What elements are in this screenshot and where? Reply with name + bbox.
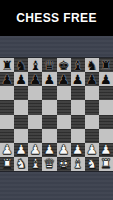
piece-black-pawn: ♟ [44, 73, 56, 86]
piece-black-rook: ♜ [1, 59, 13, 72]
square-e3[interactable] [57, 129, 71, 143]
square-f3[interactable] [71, 129, 85, 143]
square-a8[interactable]: ♜ [0, 58, 14, 72]
square-f7[interactable]: ♟ [71, 72, 85, 86]
piece-white-pawn: ♟ [86, 143, 98, 156]
square-h7[interactable]: ♟ [99, 72, 113, 86]
square-g4[interactable] [85, 115, 99, 129]
square-f6[interactable] [71, 86, 85, 100]
square-e5[interactable] [57, 100, 71, 114]
square-b6[interactable] [14, 86, 28, 100]
piece-white-king: ♚ [58, 157, 70, 170]
piece-black-pawn: ♟ [1, 73, 13, 86]
square-a1[interactable]: ♜ [0, 157, 14, 171]
square-h8[interactable]: ♜ [99, 58, 113, 72]
app-screen: CHESS FREE ♜♞♝♛♚♝♞♜♟♟♟♟♟♟♟♟♟♟♟♟♟♟♟♟♜♞♝♛♚… [0, 0, 113, 200]
square-e6[interactable] [57, 86, 71, 100]
square-f8[interactable]: ♝ [71, 58, 85, 72]
square-d8[interactable]: ♛ [42, 58, 56, 72]
piece-black-king: ♚ [58, 59, 70, 72]
piece-black-pawn: ♟ [58, 73, 70, 86]
square-f5[interactable] [71, 100, 85, 114]
square-c8[interactable]: ♝ [28, 58, 42, 72]
square-b3[interactable] [14, 129, 28, 143]
square-d1[interactable]: ♛ [42, 157, 56, 171]
piece-black-knight: ♞ [15, 59, 27, 72]
square-h2[interactable]: ♟ [99, 143, 113, 157]
piece-white-pawn: ♟ [15, 143, 27, 156]
square-h1[interactable]: ♜ [99, 157, 113, 171]
square-e8[interactable]: ♚ [57, 58, 71, 72]
square-d3[interactable] [42, 129, 56, 143]
piece-white-rook: ♜ [100, 157, 112, 170]
piece-black-bishop: ♝ [29, 59, 41, 72]
square-c3[interactable] [28, 129, 42, 143]
app-title: CHESS FREE [16, 11, 97, 25]
square-g2[interactable]: ♟ [85, 143, 99, 157]
square-a2[interactable]: ♟ [0, 143, 14, 157]
square-a6[interactable] [0, 86, 14, 100]
piece-black-bishop: ♝ [72, 59, 84, 72]
piece-white-pawn: ♟ [58, 143, 70, 156]
square-a5[interactable] [0, 100, 14, 114]
square-h3[interactable] [99, 129, 113, 143]
square-g8[interactable]: ♞ [85, 58, 99, 72]
piece-black-knight: ♞ [86, 59, 98, 72]
piece-black-pawn: ♟ [100, 73, 112, 86]
piece-white-rook: ♜ [1, 157, 13, 170]
square-c2[interactable]: ♟ [28, 143, 42, 157]
piece-white-bishop: ♝ [72, 157, 84, 170]
square-g3[interactable] [85, 129, 99, 143]
square-d6[interactable] [42, 86, 56, 100]
square-b4[interactable] [14, 115, 28, 129]
piece-black-queen: ♛ [44, 59, 56, 72]
square-c5[interactable] [28, 100, 42, 114]
square-b5[interactable] [14, 100, 28, 114]
chess-board[interactable]: ♜♞♝♛♚♝♞♜♟♟♟♟♟♟♟♟♟♟♟♟♟♟♟♟♜♞♝♛♚♝♞♜ [0, 58, 113, 171]
square-a7[interactable]: ♟ [0, 72, 14, 86]
square-g5[interactable] [85, 100, 99, 114]
square-d2[interactable]: ♟ [42, 143, 56, 157]
square-b7[interactable]: ♟ [14, 72, 28, 86]
piece-white-pawn: ♟ [44, 143, 56, 156]
square-a4[interactable] [0, 115, 14, 129]
square-c7[interactable]: ♟ [28, 72, 42, 86]
piece-white-queen: ♛ [44, 157, 56, 170]
square-b1[interactable]: ♞ [14, 157, 28, 171]
app-header: CHESS FREE [0, 0, 113, 36]
piece-black-pawn: ♟ [86, 73, 98, 86]
square-e1[interactable]: ♚ [57, 157, 71, 171]
square-h5[interactable] [99, 100, 113, 114]
square-d4[interactable] [42, 115, 56, 129]
square-g1[interactable]: ♞ [85, 157, 99, 171]
square-b2[interactable]: ♟ [14, 143, 28, 157]
square-c4[interactable] [28, 115, 42, 129]
piece-white-knight: ♞ [15, 157, 27, 170]
square-f2[interactable]: ♟ [71, 143, 85, 157]
piece-white-pawn: ♟ [1, 143, 13, 156]
square-h6[interactable] [99, 86, 113, 100]
square-g7[interactable]: ♟ [85, 72, 99, 86]
piece-black-pawn: ♟ [72, 73, 84, 86]
piece-white-bishop: ♝ [29, 157, 41, 170]
piece-white-pawn: ♟ [100, 143, 112, 156]
piece-white-pawn: ♟ [29, 143, 41, 156]
square-e7[interactable]: ♟ [57, 72, 71, 86]
square-e4[interactable] [57, 115, 71, 129]
square-f1[interactable]: ♝ [71, 157, 85, 171]
piece-black-rook: ♜ [100, 59, 112, 72]
piece-white-knight: ♞ [86, 157, 98, 170]
square-c1[interactable]: ♝ [28, 157, 42, 171]
square-e2[interactable]: ♟ [57, 143, 71, 157]
square-b8[interactable]: ♞ [14, 58, 28, 72]
square-a3[interactable] [0, 129, 14, 143]
square-d5[interactable] [42, 100, 56, 114]
piece-black-pawn: ♟ [15, 73, 27, 86]
piece-black-pawn: ♟ [29, 73, 41, 86]
square-h4[interactable] [99, 115, 113, 129]
square-f4[interactable] [71, 115, 85, 129]
piece-white-pawn: ♟ [72, 143, 84, 156]
square-d7[interactable]: ♟ [42, 72, 56, 86]
square-g6[interactable] [85, 86, 99, 100]
square-c6[interactable] [28, 86, 42, 100]
